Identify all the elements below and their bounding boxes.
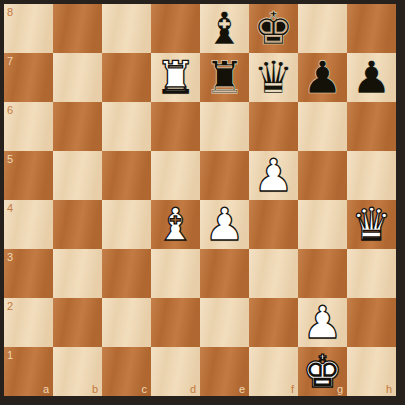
square-c7[interactable] xyxy=(102,53,151,102)
white-queen-icon[interactable]: ♛ xyxy=(347,200,396,249)
rank-label-4: 4 xyxy=(7,202,13,214)
black-queen-icon[interactable]: ♛ xyxy=(249,53,298,102)
square-b1[interactable]: b xyxy=(53,347,102,396)
square-b5[interactable] xyxy=(53,151,102,200)
white-pawn-icon[interactable]: ♟ xyxy=(298,298,347,347)
square-g5[interactable] xyxy=(298,151,347,200)
square-b3[interactable] xyxy=(53,249,102,298)
square-h4[interactable]: ♛ xyxy=(347,200,396,249)
square-e2[interactable] xyxy=(200,298,249,347)
square-c6[interactable] xyxy=(102,102,151,151)
square-h7[interactable]: ♟ xyxy=(347,53,396,102)
square-a3[interactable]: 3 xyxy=(4,249,53,298)
square-e8[interactable]: ♝ xyxy=(200,4,249,53)
square-c2[interactable] xyxy=(102,298,151,347)
rank-label-6: 6 xyxy=(7,104,13,116)
file-label-e: e xyxy=(239,383,245,395)
square-h3[interactable] xyxy=(347,249,396,298)
rank-label-2: 2 xyxy=(7,300,13,312)
square-c8[interactable] xyxy=(102,4,151,53)
black-pawn-icon[interactable]: ♟ xyxy=(347,53,396,102)
square-d7[interactable]: ♜ xyxy=(151,53,200,102)
square-g3[interactable] xyxy=(298,249,347,298)
white-pawn-icon[interactable]: ♟ xyxy=(200,200,249,249)
white-bishop-icon[interactable]: ♝ xyxy=(151,200,200,249)
square-d4[interactable]: ♝ xyxy=(151,200,200,249)
square-h6[interactable] xyxy=(347,102,396,151)
chess-board: 8♝♚7♜♜♛♟♟65♟4♝♟♛32♟1abcdefg♚h xyxy=(4,4,396,396)
square-f8[interactable]: ♚ xyxy=(249,4,298,53)
square-e6[interactable] xyxy=(200,102,249,151)
square-b8[interactable] xyxy=(53,4,102,53)
square-d2[interactable] xyxy=(151,298,200,347)
square-d5[interactable] xyxy=(151,151,200,200)
black-bishop-icon[interactable]: ♝ xyxy=(200,4,249,53)
black-pawn-icon[interactable]: ♟ xyxy=(298,53,347,102)
white-king-icon[interactable]: ♚ xyxy=(298,347,347,396)
square-c3[interactable] xyxy=(102,249,151,298)
square-a7[interactable]: 7 xyxy=(4,53,53,102)
square-a1[interactable]: 1a xyxy=(4,347,53,396)
square-a6[interactable]: 6 xyxy=(4,102,53,151)
square-f5[interactable]: ♟ xyxy=(249,151,298,200)
file-label-c: c xyxy=(142,383,148,395)
square-b6[interactable] xyxy=(53,102,102,151)
square-b4[interactable] xyxy=(53,200,102,249)
square-h2[interactable] xyxy=(347,298,396,347)
white-rook-icon[interactable]: ♜ xyxy=(151,53,200,102)
file-label-a: a xyxy=(43,383,49,395)
square-e1[interactable]: e xyxy=(200,347,249,396)
rank-label-8: 8 xyxy=(7,6,13,18)
file-label-h: h xyxy=(386,383,392,395)
rank-label-7: 7 xyxy=(7,55,13,67)
square-e3[interactable] xyxy=(200,249,249,298)
square-f7[interactable]: ♛ xyxy=(249,53,298,102)
square-a5[interactable]: 5 xyxy=(4,151,53,200)
square-g1[interactable]: g♚ xyxy=(298,347,347,396)
square-a2[interactable]: 2 xyxy=(4,298,53,347)
square-b7[interactable] xyxy=(53,53,102,102)
square-d8[interactable] xyxy=(151,4,200,53)
square-f6[interactable] xyxy=(249,102,298,151)
square-g7[interactable]: ♟ xyxy=(298,53,347,102)
square-f1[interactable]: f xyxy=(249,347,298,396)
square-a4[interactable]: 4 xyxy=(4,200,53,249)
square-c5[interactable] xyxy=(102,151,151,200)
square-f3[interactable] xyxy=(249,249,298,298)
square-a8[interactable]: 8 xyxy=(4,4,53,53)
rank-label-5: 5 xyxy=(7,153,13,165)
square-f2[interactable] xyxy=(249,298,298,347)
square-f4[interactable] xyxy=(249,200,298,249)
square-g2[interactable]: ♟ xyxy=(298,298,347,347)
square-d3[interactable] xyxy=(151,249,200,298)
board-frame: 8♝♚7♜♜♛♟♟65♟4♝♟♛32♟1abcdefg♚h xyxy=(0,0,405,405)
white-pawn-icon[interactable]: ♟ xyxy=(249,151,298,200)
square-g6[interactable] xyxy=(298,102,347,151)
square-e7[interactable]: ♜ xyxy=(200,53,249,102)
black-king-icon[interactable]: ♚ xyxy=(249,4,298,53)
rank-label-3: 3 xyxy=(7,251,13,263)
square-c1[interactable]: c xyxy=(102,347,151,396)
square-h1[interactable]: h xyxy=(347,347,396,396)
square-e4[interactable]: ♟ xyxy=(200,200,249,249)
rank-label-1: 1 xyxy=(7,349,13,361)
file-label-f: f xyxy=(291,383,294,395)
black-rook-icon[interactable]: ♜ xyxy=(200,53,249,102)
square-h8[interactable] xyxy=(347,4,396,53)
square-d6[interactable] xyxy=(151,102,200,151)
file-label-b: b xyxy=(92,383,98,395)
square-g4[interactable] xyxy=(298,200,347,249)
square-e5[interactable] xyxy=(200,151,249,200)
square-c4[interactable] xyxy=(102,200,151,249)
square-d1[interactable]: d xyxy=(151,347,200,396)
square-g8[interactable] xyxy=(298,4,347,53)
file-label-d: d xyxy=(190,383,196,395)
square-b2[interactable] xyxy=(53,298,102,347)
square-h5[interactable] xyxy=(347,151,396,200)
